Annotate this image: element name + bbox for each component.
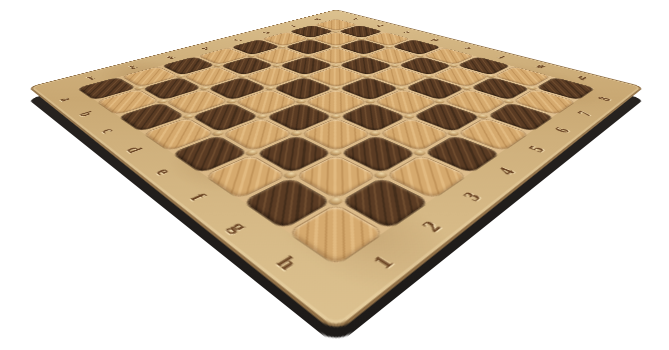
board-3d-scene: aa11bb22cc33dd44ee55ff66gg77hh88 xyxy=(118,0,554,305)
scene: aa11bb22cc33dd44ee55ff66gg77hh88 xyxy=(0,0,669,350)
